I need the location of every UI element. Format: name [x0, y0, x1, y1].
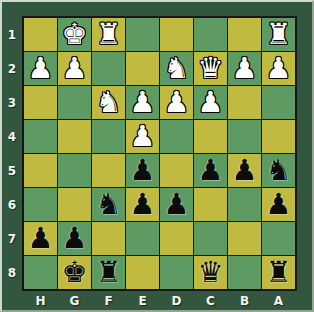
square-a3[interactable] — [262, 86, 295, 119]
chess-board: ♚♜♜♟♟♞♛♟♟♞♟♟♟♟♟♟♟♞♞♟♟♟♟♟♚♜♛♜ — [22, 16, 297, 291]
square-e3[interactable]: ♟ — [126, 86, 159, 119]
white-knight-icon: ♞ — [160, 52, 193, 85]
square-b7[interactable] — [228, 222, 261, 255]
file-label-c: C — [194, 292, 227, 311]
square-h8[interactable] — [24, 256, 57, 289]
square-c4[interactable] — [194, 120, 227, 153]
square-e6[interactable]: ♟ — [126, 188, 159, 221]
square-h4[interactable] — [24, 120, 57, 153]
square-e1[interactable] — [126, 18, 159, 51]
square-f6[interactable]: ♞ — [92, 188, 125, 221]
square-f7[interactable] — [92, 222, 125, 255]
square-d4[interactable] — [160, 120, 193, 153]
square-a6[interactable]: ♟ — [262, 188, 295, 221]
white-pawn-icon: ♟ — [58, 52, 91, 85]
square-b2[interactable]: ♟ — [228, 52, 261, 85]
rank-label-4: 4 — [2, 120, 22, 154]
square-d5[interactable] — [160, 154, 193, 187]
white-pawn-icon: ♟ — [228, 52, 261, 85]
white-pawn-icon: ♟ — [160, 86, 193, 119]
square-h1[interactable] — [24, 18, 57, 51]
rank-labels: 12345678 — [2, 18, 22, 290]
square-a2[interactable]: ♟ — [262, 52, 295, 85]
square-b8[interactable] — [228, 256, 261, 289]
square-a8[interactable]: ♜ — [262, 256, 295, 289]
square-e2[interactable] — [126, 52, 159, 85]
black-knight-icon: ♞ — [92, 188, 125, 221]
square-c2[interactable]: ♛ — [194, 52, 227, 85]
file-label-g: G — [58, 292, 91, 311]
square-b5[interactable]: ♟ — [228, 154, 261, 187]
file-label-f: F — [92, 292, 125, 311]
square-d1[interactable] — [160, 18, 193, 51]
rank-label-8: 8 — [2, 256, 22, 290]
rank-label-6: 6 — [2, 188, 22, 222]
square-a1[interactable]: ♜ — [262, 18, 295, 51]
black-king-icon: ♚ — [58, 256, 91, 289]
black-knight-icon: ♞ — [262, 154, 295, 187]
square-b6[interactable] — [228, 188, 261, 221]
square-d3[interactable]: ♟ — [160, 86, 193, 119]
black-pawn-icon: ♟ — [126, 188, 159, 221]
square-d2[interactable]: ♞ — [160, 52, 193, 85]
square-d6[interactable]: ♟ — [160, 188, 193, 221]
square-c6[interactable] — [194, 188, 227, 221]
square-c3[interactable]: ♟ — [194, 86, 227, 119]
square-d7[interactable] — [160, 222, 193, 255]
white-pawn-icon: ♟ — [126, 86, 159, 119]
black-pawn-icon: ♟ — [228, 154, 261, 187]
file-label-e: E — [126, 292, 159, 311]
square-b3[interactable] — [228, 86, 261, 119]
rank-label-5: 5 — [2, 154, 22, 188]
black-pawn-icon: ♟ — [58, 222, 91, 255]
square-g6[interactable] — [58, 188, 91, 221]
black-pawn-icon: ♟ — [262, 188, 295, 221]
square-e8[interactable] — [126, 256, 159, 289]
file-label-h: H — [24, 292, 57, 311]
file-labels: HGFEDCBA — [22, 292, 297, 311]
square-h2[interactable]: ♟ — [24, 52, 57, 85]
square-c1[interactable] — [194, 18, 227, 51]
square-b1[interactable] — [228, 18, 261, 51]
white-pawn-icon: ♟ — [24, 52, 57, 85]
square-f5[interactable] — [92, 154, 125, 187]
chess-board-window: 12345678 ♚♜♜♟♟♞♛♟♟♞♟♟♟♟♟♟♟♞♞♟♟♟♟♟♚♜♛♜ HG… — [0, 0, 314, 312]
rank-label-7: 7 — [2, 222, 22, 256]
white-pawn-icon: ♟ — [194, 86, 227, 119]
file-label-b: B — [228, 292, 261, 311]
black-rook-icon: ♜ — [262, 256, 295, 289]
square-g5[interactable] — [58, 154, 91, 187]
square-h7[interactable]: ♟ — [24, 222, 57, 255]
white-king-icon: ♚ — [58, 18, 91, 51]
square-h5[interactable] — [24, 154, 57, 187]
black-pawn-icon: ♟ — [126, 154, 159, 187]
square-a5[interactable]: ♞ — [262, 154, 295, 187]
rank-label-1: 1 — [2, 18, 22, 52]
square-g1[interactable]: ♚ — [58, 18, 91, 51]
black-pawn-icon: ♟ — [24, 222, 57, 255]
square-f3[interactable]: ♞ — [92, 86, 125, 119]
square-c5[interactable]: ♟ — [194, 154, 227, 187]
white-knight-icon: ♞ — [92, 86, 125, 119]
square-g7[interactable]: ♟ — [58, 222, 91, 255]
black-pawn-icon: ♟ — [160, 188, 193, 221]
file-label-d: D — [160, 292, 193, 311]
white-queen-icon: ♛ — [194, 52, 227, 85]
square-a7[interactable] — [262, 222, 295, 255]
square-f2[interactable] — [92, 52, 125, 85]
square-h6[interactable] — [24, 188, 57, 221]
square-f8[interactable]: ♜ — [92, 256, 125, 289]
rank-label-3: 3 — [2, 86, 22, 120]
black-rook-icon: ♜ — [92, 256, 125, 289]
black-pawn-icon: ♟ — [194, 154, 227, 187]
black-queen-icon: ♛ — [194, 256, 227, 289]
square-g3[interactable] — [58, 86, 91, 119]
square-a4[interactable] — [262, 120, 295, 153]
square-f4[interactable] — [92, 120, 125, 153]
square-e4[interactable]: ♟ — [126, 120, 159, 153]
square-g2[interactable]: ♟ — [58, 52, 91, 85]
file-label-a: A — [262, 292, 295, 311]
white-rook-icon: ♜ — [92, 18, 125, 51]
rank-label-2: 2 — [2, 52, 22, 86]
square-c7[interactable] — [194, 222, 227, 255]
square-c8[interactable]: ♛ — [194, 256, 227, 289]
square-g8[interactable]: ♚ — [58, 256, 91, 289]
white-pawn-icon: ♟ — [126, 120, 159, 153]
square-h3[interactable] — [24, 86, 57, 119]
square-b4[interactable] — [228, 120, 261, 153]
square-f1[interactable]: ♜ — [92, 18, 125, 51]
white-pawn-icon: ♟ — [262, 52, 295, 85]
square-d8[interactable] — [160, 256, 193, 289]
white-rook-icon: ♜ — [262, 18, 295, 51]
square-e5[interactable]: ♟ — [126, 154, 159, 187]
square-g4[interactable] — [58, 120, 91, 153]
square-e7[interactable] — [126, 222, 159, 255]
